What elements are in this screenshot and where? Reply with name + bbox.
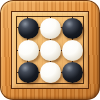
board-cell-1-2: ○ [61,39,83,61]
stone-glyph: ○ [40,62,61,83]
board-cell-0-0: ● [17,17,39,39]
stone-glyph: ○ [62,40,83,61]
white-stone: ○ [40,40,61,61]
board-cell-2-2: ● [61,61,83,83]
stone-grid: ●○●○○○●○● [17,17,83,83]
board-cell-1-1: ○ [39,39,61,61]
stone-glyph: ● [62,62,83,83]
go-app-icon[interactable]: ●○●○○○●○● [0,0,100,100]
stone-glyph: ● [18,18,39,39]
board-cell-0-2: ● [61,17,83,39]
board-cell-2-0: ● [17,61,39,83]
black-stone: ● [62,62,83,83]
stone-glyph: ○ [18,40,39,61]
white-stone: ○ [18,40,39,61]
board-cell-2-1: ○ [39,61,61,83]
black-stone: ● [18,62,39,83]
white-stone: ○ [62,40,83,61]
white-stone: ○ [40,18,61,39]
stone-glyph: ○ [40,40,61,61]
black-stone: ● [18,18,39,39]
white-stone: ○ [40,62,61,83]
stone-glyph: ● [18,62,39,83]
stone-glyph: ○ [40,18,61,39]
stone-glyph: ● [62,18,83,39]
board-cell-0-1: ○ [39,17,61,39]
board-cell-1-0: ○ [17,39,39,61]
black-stone: ● [62,18,83,39]
